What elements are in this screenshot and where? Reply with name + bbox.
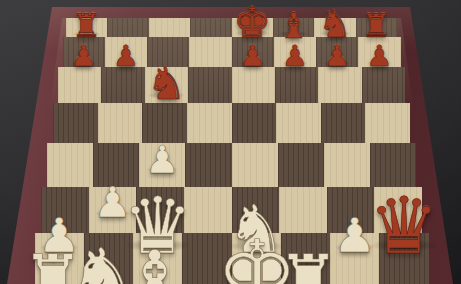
piece-white-pawn-c4[interactable]: ♟	[145, 141, 179, 179]
piece-black-knight-c6[interactable]: ♞	[146, 62, 186, 107]
piece-white-pawn-g2[interactable]: ♟	[333, 212, 376, 260]
piece-black-pawn-h7[interactable]: ♟	[366, 42, 392, 71]
piece-black-pawn-b7[interactable]: ♟	[113, 42, 139, 71]
piece-black-queen-h2[interactable]: ♛	[369, 187, 439, 265]
piece-black-pawn-a7[interactable]: ♟	[71, 42, 97, 71]
piece-black-pawn-g7[interactable]: ♟	[324, 42, 350, 71]
piece-black-bishop-f8[interactable]: ♝	[278, 8, 310, 43]
piece-black-rook-a8[interactable]: ♜	[72, 10, 101, 43]
piece-white-rook-f1[interactable]: ♜	[277, 246, 340, 284]
piece-black-rook-h8[interactable]: ♜	[362, 10, 391, 43]
piece-black-pawn-e7[interactable]: ♟	[240, 42, 266, 71]
piece-layer: ♜♚♝♞♜♟♟♟♟♟♟♞♛♟♟♟♛♞♟♜♞♝♚♜	[0, 0, 461, 284]
piece-white-bishop-c1[interactable]: ♝	[121, 241, 189, 284]
piece-black-pawn-f7[interactable]: ♟	[282, 42, 308, 71]
chess-3d-scene: ♜♚♝♞♜♟♟♟♟♟♟♞♛♟♟♟♛♞♟♜♞♝♚♜	[0, 0, 461, 284]
